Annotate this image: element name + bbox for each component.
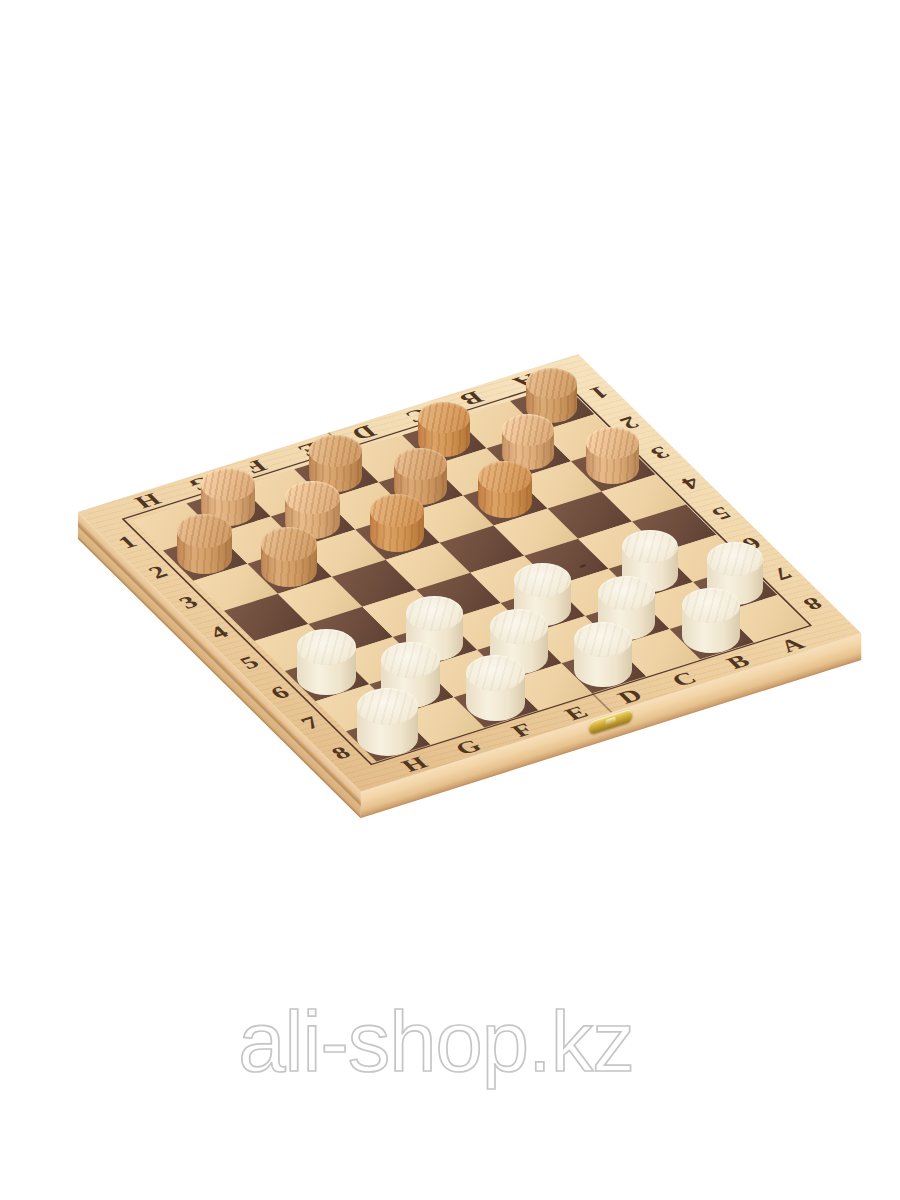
coord-label-B: B bbox=[722, 652, 754, 672]
product-photo-scene: HHGGFFEEDDCCBBAA1122334455667788 ali-sho… bbox=[0, 0, 900, 1200]
coord-label-1: 1 bbox=[113, 532, 141, 551]
coord-label-F: F bbox=[240, 457, 271, 477]
coord-label-3: 3 bbox=[174, 593, 202, 612]
coord-label-F: F bbox=[507, 720, 538, 740]
coord-label-6: 6 bbox=[266, 683, 294, 702]
coord-label-7: 7 bbox=[768, 564, 796, 583]
coord-label-G: G bbox=[184, 473, 219, 494]
coord-label-6: 6 bbox=[737, 534, 765, 553]
coord-label-E: E bbox=[293, 439, 325, 459]
coord-label-C: C bbox=[400, 405, 434, 426]
coord-label-A: A bbox=[508, 371, 542, 392]
coord-label-2: 2 bbox=[144, 563, 172, 582]
coord-label-2: 2 bbox=[615, 413, 643, 432]
coord-label-7: 7 bbox=[296, 713, 324, 732]
coord-label-E: E bbox=[560, 703, 592, 723]
coord-label-4: 4 bbox=[205, 623, 233, 642]
coord-label-1: 1 bbox=[585, 383, 613, 402]
watermark: ali-shop.kz bbox=[238, 995, 633, 1089]
coord-label-5: 5 bbox=[707, 504, 735, 523]
coord-label-D: D bbox=[346, 422, 380, 443]
coord-label-8: 8 bbox=[327, 743, 355, 762]
coord-label-4: 4 bbox=[676, 474, 704, 493]
coord-label-B: B bbox=[455, 388, 487, 408]
checkers-board: HHGGFFEEDDCCBBAA1122334455667788 bbox=[78, 354, 861, 792]
coord-label-3: 3 bbox=[646, 444, 674, 463]
coord-label-5: 5 bbox=[235, 653, 263, 672]
coord-label-8: 8 bbox=[798, 594, 826, 613]
coord-label-H: H bbox=[130, 490, 165, 511]
